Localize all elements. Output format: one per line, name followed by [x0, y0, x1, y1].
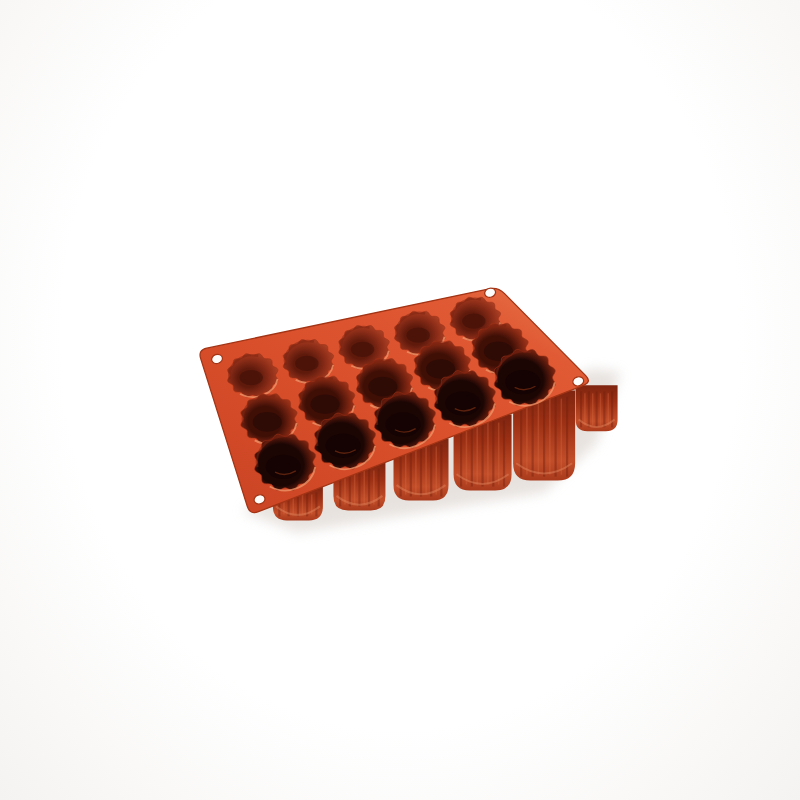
cavity-depth-shadow [406, 328, 429, 343]
mold-cavity-r3c2 [315, 413, 376, 469]
cavity-depth-shadow [505, 370, 540, 394]
cavity-depth-shadow [351, 342, 374, 357]
mold-tray-scene [0, 0, 800, 800]
cavity-depth-shadow [266, 455, 301, 479]
product-photo [0, 0, 800, 800]
cavity-depth-shadow [385, 412, 420, 436]
cavity-depth-shadow [462, 314, 485, 329]
cavity-depth-shadow [239, 370, 262, 385]
mold-cavity-r3c4 [434, 371, 495, 427]
cavity-depth-shadow [368, 377, 397, 397]
cup-exterior [576, 385, 618, 431]
cavity-depth-shadow [326, 434, 361, 458]
mold-cavity-r3c3 [375, 392, 436, 448]
cavity-depth-shadow [445, 391, 480, 415]
mold-cavity-r3c1 [255, 434, 316, 490]
cavity-depth-shadow [310, 394, 339, 414]
mold-cavity-r3c5 [494, 350, 555, 406]
mold-cavity-r1c2 [283, 340, 333, 383]
cavity-depth-shadow [295, 356, 318, 371]
mold-cavity-r1c1 [228, 354, 278, 397]
cavity-depth-shadow [253, 412, 282, 432]
